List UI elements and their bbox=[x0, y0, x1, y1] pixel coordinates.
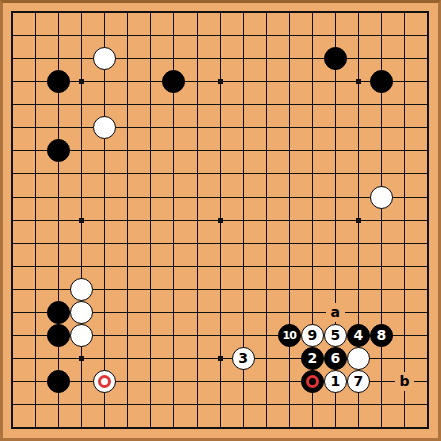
star-point bbox=[79, 218, 84, 223]
stone-white-D5[interactable] bbox=[70, 324, 93, 347]
stone-white-D7[interactable] bbox=[70, 278, 93, 301]
move-number: 1 bbox=[330, 374, 340, 388]
star-point bbox=[218, 218, 223, 223]
stone-white-L4[interactable]: 3 bbox=[232, 347, 255, 370]
stone-black-P17[interactable] bbox=[324, 47, 347, 70]
stone-black-C3[interactable] bbox=[47, 370, 70, 393]
stone-black-O3[interactable] bbox=[301, 370, 324, 393]
star-point bbox=[218, 79, 223, 84]
stone-black-C6[interactable] bbox=[47, 301, 70, 324]
move-number: 2 bbox=[307, 351, 317, 365]
stone-white-Q3[interactable]: 7 bbox=[347, 370, 370, 393]
point-label-b[interactable]: b bbox=[395, 372, 414, 391]
stone-white-R11[interactable] bbox=[370, 186, 393, 209]
stone-black-O4[interactable]: 2 bbox=[301, 347, 324, 370]
move-number: 4 bbox=[353, 328, 363, 342]
move-number: 3 bbox=[238, 351, 248, 365]
stone-black-P4[interactable]: 6 bbox=[324, 347, 347, 370]
stone-black-R16[interactable] bbox=[370, 70, 393, 93]
move-number: 9 bbox=[307, 328, 317, 342]
stone-white-O5[interactable]: 9 bbox=[301, 324, 324, 347]
stone-white-P5[interactable]: 5 bbox=[324, 324, 347, 347]
red-circle-marker bbox=[98, 375, 111, 388]
move-number: 8 bbox=[377, 328, 387, 342]
star-point bbox=[356, 218, 361, 223]
star-point bbox=[79, 356, 84, 361]
red-circle-marker bbox=[306, 375, 319, 388]
move-number: 10 bbox=[283, 329, 296, 340]
star-point bbox=[218, 356, 223, 361]
stone-black-N5[interactable]: 10 bbox=[278, 324, 301, 347]
move-number: 5 bbox=[330, 328, 340, 342]
move-number: 6 bbox=[330, 351, 340, 365]
stone-white-D6[interactable] bbox=[70, 301, 93, 324]
point-label-a[interactable]: a bbox=[326, 303, 345, 322]
go-board[interactable]: ab31095482617 bbox=[0, 0, 441, 441]
star-point bbox=[356, 79, 361, 84]
stone-white-Q4[interactable] bbox=[347, 347, 370, 370]
stone-white-P3[interactable]: 1 bbox=[324, 370, 347, 393]
stone-black-Q5[interactable]: 4 bbox=[347, 324, 370, 347]
move-number: 7 bbox=[353, 374, 363, 388]
star-point bbox=[79, 79, 84, 84]
stone-black-R5[interactable]: 8 bbox=[370, 324, 393, 347]
stone-black-C5[interactable] bbox=[47, 324, 70, 347]
